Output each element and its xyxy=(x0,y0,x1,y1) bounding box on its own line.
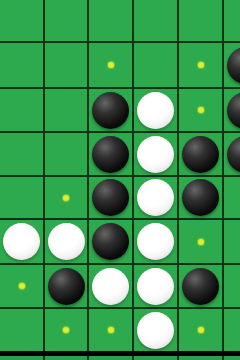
legal-move-dot xyxy=(198,107,204,113)
black-disc xyxy=(92,179,129,216)
board-cell xyxy=(43,131,87,175)
othello-board xyxy=(0,0,240,356)
board-cell[interactable] xyxy=(87,41,132,87)
board-cell-partial xyxy=(132,356,177,360)
board-cell xyxy=(132,0,177,41)
black-disc xyxy=(92,136,129,173)
board-cell xyxy=(132,41,177,87)
board-cell[interactable] xyxy=(87,307,132,351)
board-cell-partial xyxy=(177,356,222,360)
legal-move-dot xyxy=(198,62,204,68)
white-disc xyxy=(137,136,174,173)
board-cell xyxy=(177,0,222,41)
board-cell[interactable] xyxy=(43,175,87,218)
board-cell xyxy=(0,41,43,87)
board-cell[interactable] xyxy=(0,263,43,307)
board-cell xyxy=(132,175,177,218)
board-cell xyxy=(222,41,240,87)
board-cell xyxy=(132,263,177,307)
board-cell[interactable] xyxy=(177,41,222,87)
white-disc xyxy=(48,223,85,260)
board-cell xyxy=(0,175,43,218)
board-cell[interactable] xyxy=(177,87,222,131)
black-disc xyxy=(182,136,219,173)
white-disc xyxy=(137,179,174,216)
board-cell xyxy=(132,87,177,131)
white-disc xyxy=(137,223,174,260)
board-cell-partial xyxy=(0,356,43,360)
white-disc xyxy=(137,268,174,305)
black-disc xyxy=(227,47,240,84)
legal-move-dot xyxy=(198,239,204,245)
board-cell xyxy=(0,131,43,175)
board-cell xyxy=(43,218,87,263)
legal-move-dot xyxy=(198,327,204,333)
board-cell[interactable] xyxy=(43,307,87,351)
board-cell xyxy=(87,218,132,263)
board-cell xyxy=(177,263,222,307)
board-cell xyxy=(0,87,43,131)
legal-move-dot xyxy=(63,327,69,333)
board-cell xyxy=(222,131,240,175)
board-cell xyxy=(222,307,240,351)
board-cell xyxy=(132,218,177,263)
black-disc xyxy=(92,223,129,260)
board-cell-partial xyxy=(87,356,132,360)
legal-move-dot xyxy=(63,195,69,201)
board-cell xyxy=(87,87,132,131)
black-disc xyxy=(48,268,85,305)
legal-move-dot xyxy=(108,327,114,333)
board-cell xyxy=(0,307,43,351)
board-cell xyxy=(43,41,87,87)
board-cell xyxy=(132,131,177,175)
black-disc xyxy=(227,136,240,173)
white-disc xyxy=(137,92,174,129)
board-cell xyxy=(222,263,240,307)
board-cell[interactable] xyxy=(177,218,222,263)
board-cell xyxy=(87,175,132,218)
board-cell xyxy=(87,131,132,175)
board-cell xyxy=(132,307,177,351)
board-cell xyxy=(87,0,132,41)
white-disc xyxy=(92,268,129,305)
board-cell xyxy=(177,175,222,218)
board-cell-partial xyxy=(222,356,240,360)
board-cell xyxy=(0,0,43,41)
board-cell xyxy=(222,175,240,218)
legal-move-dot xyxy=(108,62,114,68)
board-cell xyxy=(0,218,43,263)
black-disc xyxy=(92,92,129,129)
legal-move-dot xyxy=(19,283,25,289)
board-cell xyxy=(177,131,222,175)
board-cell xyxy=(222,87,240,131)
board-cell-partial xyxy=(43,356,87,360)
board-cell xyxy=(87,263,132,307)
board-cell xyxy=(43,87,87,131)
board-cell xyxy=(43,0,87,41)
game-viewport: { "game": "othello", "view": { "descript… xyxy=(0,0,240,360)
white-disc xyxy=(137,312,174,349)
black-disc xyxy=(227,92,240,129)
black-disc xyxy=(182,179,219,216)
black-disc xyxy=(182,268,219,305)
board-cell[interactable] xyxy=(177,307,222,351)
white-disc xyxy=(3,223,40,260)
board-cell xyxy=(222,0,240,41)
board-cell xyxy=(43,263,87,307)
board-cell xyxy=(222,218,240,263)
board-strip-below-edge xyxy=(0,356,240,360)
